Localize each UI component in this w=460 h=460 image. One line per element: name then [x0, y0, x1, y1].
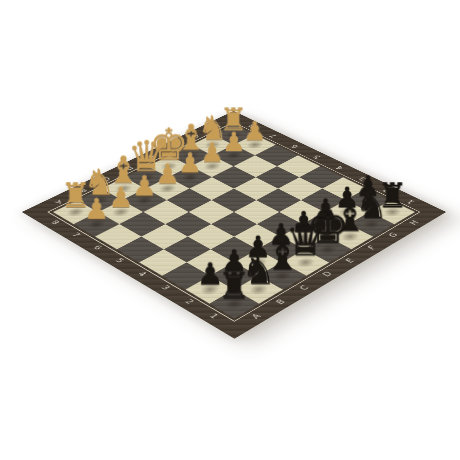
- coordinate-label: 2: [182, 298, 195, 306]
- coordinate-label: 7: [69, 231, 82, 238]
- piece-light-pawn: ♟: [74, 196, 119, 224]
- coordinate-label: 4: [333, 165, 344, 171]
- coordinate-label: C: [297, 284, 311, 292]
- coordinate-label: 3: [159, 284, 172, 291]
- piece-dark-rook: ♜: [210, 267, 258, 304]
- chess-set-photo: ABCDEFGH ABCDEFGH 87654321 87654321 ♜♞♝♛…: [0, 0, 460, 460]
- coordinate-label: 5: [310, 154, 321, 160]
- coordinate-label: D: [320, 270, 334, 278]
- board-grid: ♜♞♝♛♚♝♞♜♟♟♟♟♟♟♟♟♟♟♟♟♟♟♟♟♜♞♝♛♚♝♞♜: [53, 124, 415, 318]
- coordinate-label: E: [343, 257, 356, 264]
- coordinate-label: 6: [288, 144, 299, 150]
- chess-board: ABCDEFGH ABCDEFGH 87654321 87654321 ♜♞♝♛…: [22, 111, 446, 339]
- coordinate-label: 1: [207, 312, 220, 320]
- coordinate-label: 4: [135, 270, 148, 277]
- photo-scene: ABCDEFGH ABCDEFGH 87654321 87654321 ♜♞♝♛…: [0, 0, 460, 460]
- coordinate-label: B: [273, 298, 287, 306]
- coordinate-label: 5: [113, 257, 126, 264]
- coordinate-label: F: [365, 244, 377, 251]
- coordinate-label: G: [386, 231, 400, 238]
- coordinate-label: H: [407, 219, 420, 226]
- coordinate-label: 6: [91, 244, 104, 251]
- coordinate-label: 8: [48, 219, 61, 226]
- coordinate-label: A: [249, 312, 263, 320]
